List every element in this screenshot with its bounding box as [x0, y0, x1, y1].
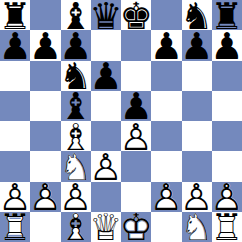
white-knight-glyph: ♞ — [61, 152, 91, 182]
chess-board: ♜♝♛♚♞♜♟♟♟♟♟♟♞♟♝♟♝♗♟♙♞♘♟♙♟♙♟♙♟♙♟♙♟♙♟♙♜♖♝♗… — [0, 0, 242, 242]
white-knight-glyph: ♞ — [182, 213, 212, 242]
square-e3[interactable] — [121, 151, 151, 181]
white-king-outline-glyph: ♔ — [121, 213, 151, 242]
square-f6[interactable] — [151, 61, 181, 91]
white-pawn-outline-glyph: ♙ — [212, 183, 242, 213]
white-pawn-outline-glyph: ♙ — [30, 183, 60, 213]
white-pawn[interactable]: ♟♙ — [151, 182, 181, 212]
square-b3[interactable] — [30, 151, 60, 181]
black-bishop-glyph: ♝ — [61, 1, 91, 31]
white-queen-outline-glyph: ♕ — [91, 213, 121, 242]
black-pawn-glyph: ♟ — [61, 31, 91, 61]
square-c1[interactable]: ♝♗ — [61, 212, 91, 242]
square-c7[interactable]: ♟ — [61, 30, 91, 60]
square-d5[interactable] — [91, 91, 121, 121]
square-b4[interactable] — [30, 121, 60, 151]
square-h3[interactable] — [212, 151, 242, 181]
black-pawn-glyph: ♟ — [91, 62, 121, 92]
square-c4[interactable]: ♝♗ — [61, 121, 91, 151]
white-rook-outline-glyph: ♖ — [0, 213, 30, 242]
white-pawn-glyph: ♟ — [61, 183, 91, 213]
white-knight-outline-glyph: ♘ — [182, 213, 212, 242]
black-knight-glyph: ♞ — [182, 1, 212, 31]
square-a2[interactable]: ♟♙ — [0, 182, 30, 212]
square-h4[interactable] — [212, 121, 242, 151]
square-g2[interactable]: ♟♙ — [182, 182, 212, 212]
square-e8[interactable]: ♚ — [121, 0, 151, 30]
white-knight[interactable]: ♞♘ — [182, 212, 212, 242]
white-knight[interactable]: ♞♘ — [61, 151, 91, 181]
square-g4[interactable] — [182, 121, 212, 151]
white-bishop[interactable]: ♝♗ — [61, 121, 91, 151]
black-rook[interactable]: ♜ — [212, 0, 242, 30]
black-pawn[interactable]: ♟ — [61, 30, 91, 60]
square-h8[interactable]: ♜ — [212, 0, 242, 30]
square-c5[interactable]: ♝ — [61, 91, 91, 121]
square-d8[interactable]: ♛ — [91, 0, 121, 30]
black-pawn[interactable]: ♟ — [182, 30, 212, 60]
square-f1[interactable] — [151, 212, 181, 242]
square-f4[interactable] — [151, 121, 181, 151]
black-pawn[interactable]: ♟ — [30, 30, 60, 60]
white-pawn-glyph: ♟ — [212, 183, 242, 213]
square-b8[interactable] — [30, 0, 60, 30]
black-bishop[interactable]: ♝ — [61, 91, 91, 121]
black-rook[interactable]: ♜ — [0, 0, 30, 30]
square-b2[interactable]: ♟♙ — [30, 182, 60, 212]
square-f3[interactable] — [151, 151, 181, 181]
black-pawn-glyph: ♟ — [0, 31, 30, 61]
white-pawn-outline-glyph: ♙ — [121, 122, 151, 152]
square-g5[interactable] — [182, 91, 212, 121]
square-b6[interactable] — [30, 61, 60, 91]
black-pawn[interactable]: ♟ — [0, 30, 30, 60]
white-pawn[interactable]: ♟♙ — [91, 151, 121, 181]
white-bishop-glyph: ♝ — [61, 213, 91, 242]
white-rook-glyph: ♜ — [212, 213, 242, 242]
black-pawn-glyph: ♟ — [151, 31, 181, 61]
square-d4[interactable] — [91, 121, 121, 151]
square-b7[interactable]: ♟ — [30, 30, 60, 60]
white-pawn[interactable]: ♟♙ — [30, 182, 60, 212]
black-bishop[interactable]: ♝ — [61, 0, 91, 30]
square-h6[interactable] — [212, 61, 242, 91]
white-pawn-outline-glyph: ♙ — [61, 183, 91, 213]
black-pawn[interactable]: ♟ — [91, 61, 121, 91]
black-pawn[interactable]: ♟ — [151, 30, 181, 60]
white-bishop-glyph: ♝ — [61, 122, 91, 152]
square-e7[interactable] — [121, 30, 151, 60]
white-pawn-outline-glyph: ♙ — [151, 183, 181, 213]
square-d3[interactable]: ♟♙ — [91, 151, 121, 181]
black-king-glyph: ♚ — [121, 1, 151, 31]
square-a8[interactable]: ♜ — [0, 0, 30, 30]
white-rook-glyph: ♜ — [0, 213, 30, 242]
white-pawn[interactable]: ♟♙ — [0, 182, 30, 212]
square-f7[interactable]: ♟ — [151, 30, 181, 60]
white-pawn-glyph: ♟ — [121, 122, 151, 152]
square-g6[interactable] — [182, 61, 212, 91]
white-bishop[interactable]: ♝♗ — [61, 212, 91, 242]
white-king[interactable]: ♚♔ — [121, 212, 151, 242]
white-rook[interactable]: ♜♖ — [0, 212, 30, 242]
square-f8[interactable] — [151, 0, 181, 30]
white-pawn-outline-glyph: ♙ — [182, 183, 212, 213]
black-king[interactable]: ♚ — [121, 0, 151, 30]
white-queen-glyph: ♛ — [91, 213, 121, 242]
square-c3[interactable]: ♞♘ — [61, 151, 91, 181]
white-queen[interactable]: ♛♕ — [91, 212, 121, 242]
black-rook-glyph: ♜ — [0, 1, 30, 31]
square-e5[interactable]: ♟ — [121, 91, 151, 121]
white-pawn-glyph: ♟ — [91, 152, 121, 182]
black-pawn-glyph: ♟ — [212, 31, 242, 61]
square-g1[interactable]: ♞♘ — [182, 212, 212, 242]
white-pawn-glyph: ♟ — [0, 183, 30, 213]
white-pawn-glyph: ♟ — [30, 183, 60, 213]
square-f5[interactable] — [151, 91, 181, 121]
white-pawn[interactable]: ♟♙ — [61, 182, 91, 212]
square-c8[interactable]: ♝ — [61, 0, 91, 30]
square-g3[interactable] — [182, 151, 212, 181]
square-b5[interactable] — [30, 91, 60, 121]
square-a7[interactable]: ♟ — [0, 30, 30, 60]
black-pawn-glyph: ♟ — [30, 31, 60, 61]
square-a6[interactable] — [0, 61, 30, 91]
square-b1[interactable] — [30, 212, 60, 242]
white-pawn-glyph: ♟ — [182, 183, 212, 213]
square-a1[interactable]: ♜♖ — [0, 212, 30, 242]
white-knight-outline-glyph: ♘ — [61, 152, 91, 182]
square-c2[interactable]: ♟♙ — [61, 182, 91, 212]
white-king-glyph: ♚ — [121, 213, 151, 242]
black-bishop-glyph: ♝ — [61, 92, 91, 122]
black-queen[interactable]: ♛ — [91, 0, 121, 30]
square-h2[interactable]: ♟♙ — [212, 182, 242, 212]
square-e2[interactable] — [121, 182, 151, 212]
black-rook-glyph: ♜ — [212, 1, 242, 31]
black-pawn-glyph: ♟ — [182, 31, 212, 61]
square-d1[interactable]: ♛♕ — [91, 212, 121, 242]
square-g8[interactable]: ♞ — [182, 0, 212, 30]
square-d7[interactable] — [91, 30, 121, 60]
square-f2[interactable]: ♟♙ — [151, 182, 181, 212]
white-bishop-outline-glyph: ♗ — [61, 213, 91, 242]
square-d6[interactable]: ♟ — [91, 61, 121, 91]
square-e6[interactable] — [121, 61, 151, 91]
square-c6[interactable]: ♞ — [61, 61, 91, 91]
black-queen-glyph: ♛ — [91, 1, 121, 31]
black-pawn-glyph: ♟ — [121, 92, 151, 122]
square-h7[interactable]: ♟ — [212, 30, 242, 60]
square-d2[interactable] — [91, 182, 121, 212]
white-pawn[interactable]: ♟♙ — [182, 182, 212, 212]
white-rook[interactable]: ♜♖ — [212, 212, 242, 242]
square-a3[interactable] — [0, 151, 30, 181]
square-g7[interactable]: ♟ — [182, 30, 212, 60]
white-pawn[interactable]: ♟♙ — [121, 121, 151, 151]
white-pawn-glyph: ♟ — [151, 183, 181, 213]
square-h1[interactable]: ♜♖ — [212, 212, 242, 242]
white-pawn[interactable]: ♟♙ — [212, 182, 242, 212]
black-pawn[interactable]: ♟ — [212, 30, 242, 60]
square-a4[interactable] — [0, 121, 30, 151]
white-bishop-outline-glyph: ♗ — [61, 122, 91, 152]
black-pawn[interactable]: ♟ — [121, 91, 151, 121]
square-e1[interactable]: ♚♔ — [121, 212, 151, 242]
black-knight-glyph: ♞ — [61, 62, 91, 92]
square-h5[interactable] — [212, 91, 242, 121]
white-pawn-outline-glyph: ♙ — [0, 183, 30, 213]
black-knight[interactable]: ♞ — [61, 61, 91, 91]
square-a5[interactable] — [0, 91, 30, 121]
white-rook-outline-glyph: ♖ — [212, 213, 242, 242]
black-knight[interactable]: ♞ — [182, 0, 212, 30]
white-pawn-outline-glyph: ♙ — [91, 152, 121, 182]
square-e4[interactable]: ♟♙ — [121, 121, 151, 151]
